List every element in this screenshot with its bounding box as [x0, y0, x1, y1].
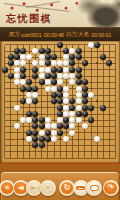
black-stone	[57, 67, 63, 73]
refresh-icon: ↻	[64, 184, 71, 192]
grid-line	[115, 45, 116, 158]
white-stone	[45, 123, 51, 129]
black-stone	[57, 86, 63, 92]
header-painting: 忘忧围棋	[0, 0, 120, 27]
black-stone	[32, 73, 38, 79]
black-stone	[45, 54, 51, 60]
black-stone	[57, 105, 63, 111]
white-stone	[20, 54, 26, 60]
black-stone	[63, 48, 69, 54]
white-stone	[45, 67, 51, 73]
white-stone	[51, 130, 57, 136]
grid-line	[5, 158, 116, 159]
black-stone	[20, 98, 26, 104]
white-stone	[88, 42, 94, 48]
refresh-icon: ↻	[61, 182, 74, 195]
white-stone	[26, 98, 32, 104]
white-stone	[51, 86, 57, 92]
black-stone	[45, 73, 51, 79]
black-stone	[88, 117, 94, 123]
black-stone	[76, 79, 82, 85]
grid-line	[91, 45, 92, 158]
white-stone	[63, 92, 69, 98]
white-stone	[63, 86, 69, 92]
white-stone	[51, 123, 57, 129]
fast-backward-icon: «	[4, 184, 9, 192]
white-stone	[26, 136, 32, 142]
black-stone	[39, 136, 45, 142]
black-stone	[51, 79, 57, 85]
white-stone	[63, 98, 69, 104]
black-stone	[39, 79, 45, 85]
black-clock: 00:00:48	[44, 32, 64, 38]
black-stone	[76, 67, 82, 73]
white-stone	[39, 54, 45, 60]
black-stone	[8, 73, 14, 79]
white-stone	[20, 117, 26, 123]
black-stone	[63, 123, 69, 129]
black-stone	[32, 130, 38, 136]
black-stone	[51, 98, 57, 104]
white-stone	[14, 73, 20, 79]
black-stone	[26, 130, 32, 136]
black-stone	[69, 54, 75, 60]
black-stone	[39, 48, 45, 54]
white-stone	[63, 136, 69, 142]
speech-bubble-icon	[88, 182, 101, 195]
black-stone	[76, 111, 82, 117]
black-stone	[69, 60, 75, 66]
step-forward-icon: ►	[28, 182, 41, 195]
white-stone	[39, 130, 45, 136]
grid-line	[5, 151, 116, 152]
white-stone	[76, 105, 82, 111]
black-stone	[76, 73, 82, 79]
fast-backward-icon: «	[1, 182, 14, 195]
white-stone	[69, 123, 75, 129]
count-pill-icon	[74, 182, 87, 195]
white-stone	[63, 73, 69, 79]
white-clock: 00:00:01	[91, 32, 111, 38]
white-stone	[39, 60, 45, 66]
black-stone	[45, 48, 51, 54]
white-stone	[69, 130, 75, 136]
black-stone	[82, 98, 88, 104]
white-stone	[69, 73, 75, 79]
black-stone	[69, 105, 75, 111]
black-stone	[51, 67, 57, 73]
white-stone	[63, 67, 69, 73]
white-stone	[14, 67, 20, 73]
black-stone	[82, 86, 88, 92]
white-stone	[32, 92, 38, 98]
white-stone	[26, 54, 32, 60]
black-stone	[8, 54, 14, 60]
black-stone	[32, 142, 38, 148]
white-stone	[63, 105, 69, 111]
black-stone	[88, 105, 94, 111]
white-stone	[14, 123, 20, 129]
grid-line	[103, 45, 104, 158]
toolbar: «◄►»↻↷	[0, 163, 120, 200]
white-stone	[76, 92, 82, 98]
black-stone	[69, 67, 75, 73]
white-player-name: 大名	[78, 31, 89, 38]
black-stone	[39, 117, 45, 123]
black-stone	[2, 67, 8, 73]
white-stone	[51, 60, 57, 66]
black-stone	[32, 111, 38, 117]
white-stone	[88, 92, 94, 98]
black-stone	[82, 105, 88, 111]
white-stone	[76, 98, 82, 104]
white-stone	[69, 117, 75, 123]
black-stone	[82, 60, 88, 66]
black-stone	[69, 98, 75, 104]
black-stone	[57, 123, 63, 129]
black-stone	[45, 136, 51, 142]
black-stone	[20, 67, 26, 73]
white-stone	[39, 73, 45, 79]
white-stone	[82, 123, 88, 129]
black-stone	[20, 48, 26, 54]
black-stone	[57, 42, 63, 48]
white-stone	[20, 79, 26, 85]
redo-arrow-icon: ↷	[104, 182, 117, 195]
black-stone	[94, 42, 100, 48]
white-stone	[45, 117, 51, 123]
white-stone	[26, 117, 32, 123]
step-forward-icon: ►	[31, 184, 37, 192]
star-point	[59, 138, 61, 140]
black-player-label: 黑方:	[9, 31, 21, 38]
white-stone	[32, 48, 38, 54]
black-stone	[76, 54, 82, 60]
white-stone	[57, 117, 63, 123]
black-stone	[51, 92, 57, 98]
count-pill-icon	[76, 186, 85, 191]
redo-arrow-icon: ↷	[107, 184, 114, 192]
white-stone	[14, 79, 20, 85]
black-stone	[57, 92, 63, 98]
black-stone	[26, 86, 32, 92]
black-stone	[57, 130, 63, 136]
game-status-bar: 黑方: xulz0001 00:00:48 白方: 大名 00:00:01	[0, 27, 120, 41]
black-stone	[20, 86, 26, 92]
black-stone	[51, 54, 57, 60]
black-stone	[45, 60, 51, 66]
black-stone	[32, 123, 38, 129]
white-stone	[45, 86, 51, 92]
black-stone	[32, 136, 38, 142]
black-stone	[14, 54, 20, 60]
black-stone	[39, 142, 45, 148]
black-stone	[20, 73, 26, 79]
white-stone	[51, 136, 57, 142]
black-stone	[82, 111, 88, 117]
black-stone	[82, 79, 88, 85]
speech-bubble-icon	[90, 185, 99, 192]
fast-forward-icon: »	[41, 182, 54, 195]
white-stone	[14, 105, 20, 111]
white-stone	[14, 60, 20, 66]
app-title: 忘忧围棋	[6, 12, 52, 26]
black-stone	[51, 73, 57, 79]
black-stone	[76, 48, 82, 54]
black-stone	[26, 111, 32, 117]
black-stone	[82, 92, 88, 98]
black-stone	[63, 117, 69, 123]
white-player-label: 白方:	[66, 31, 78, 38]
step-back-icon: ◄	[14, 182, 27, 195]
white-stone	[69, 79, 75, 85]
black-stone	[32, 98, 38, 104]
white-stone	[76, 117, 82, 123]
app-screen: 忘忧围棋 黑方: xulz0001 00:00:48 白方: 大名 00:00:…	[0, 0, 120, 200]
black-player-name: xulz0001	[21, 32, 41, 38]
black-stone	[14, 48, 20, 54]
black-stone	[32, 117, 38, 123]
white-stone	[69, 111, 75, 117]
black-stone	[57, 98, 63, 104]
chat-button[interactable]	[86, 180, 102, 196]
black-stone	[39, 123, 45, 129]
white-stone	[63, 60, 69, 66]
white-stone	[57, 60, 63, 66]
white-stone	[20, 60, 26, 66]
black-stone	[8, 60, 14, 66]
forward-to-end-button[interactable]: »	[40, 180, 56, 196]
white-stone	[69, 48, 75, 54]
black-stone	[45, 130, 51, 136]
white-stone	[39, 67, 45, 73]
white-stone	[63, 111, 69, 117]
black-stone	[32, 86, 38, 92]
star-point	[96, 100, 98, 102]
black-stone	[57, 111, 63, 117]
white-stone	[57, 79, 63, 85]
step-back-icon: ◄	[17, 184, 23, 192]
white-stone	[26, 92, 32, 98]
white-stone	[94, 136, 100, 142]
white-stone	[76, 86, 82, 92]
black-stone	[100, 105, 106, 111]
black-stone	[32, 67, 38, 73]
undo-request-button[interactable]: ↷	[103, 180, 119, 196]
black-stone	[26, 79, 32, 85]
black-stone	[100, 54, 106, 60]
star-point	[22, 138, 24, 140]
black-stone	[106, 60, 112, 66]
go-board[interactable]	[0, 41, 120, 163]
fast-forward-icon: »	[45, 184, 50, 192]
white-stone	[63, 54, 69, 60]
white-stone	[45, 79, 51, 85]
white-stone	[57, 73, 63, 79]
grid-line	[5, 145, 116, 146]
white-stone	[32, 60, 38, 66]
